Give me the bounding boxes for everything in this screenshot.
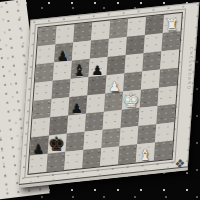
- piece-white-pawn-e5[interactable]: ♟: [105, 62, 123, 93]
- square-c3[interactable]: [67, 114, 86, 134]
- piece-white-bishop-g1[interactable]: ♝: [136, 132, 154, 163]
- piece-black-pawn-c4[interactable]: ♟: [68, 84, 86, 115]
- piece-black-pawn-a2[interactable]: ♟: [30, 125, 48, 156]
- square-a6[interactable]: [35, 63, 54, 83]
- square-d3[interactable]: [85, 112, 104, 132]
- square-g4[interactable]: [140, 88, 159, 108]
- square-h3[interactable]: [156, 104, 175, 124]
- square-b4[interactable]: [50, 97, 69, 117]
- square-a1[interactable]: [28, 154, 47, 174]
- compass-logo-icon: ❖: [174, 157, 186, 170]
- square-h5[interactable]: [159, 68, 178, 88]
- square-b1[interactable]: [46, 152, 65, 172]
- brand-text: CHESSBOARD: [186, 47, 194, 91]
- piece-black-bishop-c6[interactable]: ♝: [71, 48, 89, 79]
- chess-board: ♜♟♚♝♟♝♟♟♟♚ CHESSBOARD ❖: [19, 2, 200, 188]
- square-c8[interactable]: [73, 22, 92, 42]
- square-f3[interactable]: [121, 108, 140, 128]
- square-c2[interactable]: [66, 132, 85, 152]
- square-g5[interactable]: [141, 70, 160, 90]
- photo-background: ♜♟♚♝♟♝♟♟♟♚ CHESSBOARD ❖: [0, 0, 200, 200]
- piece-white-king-f4[interactable]: ♚: [122, 79, 140, 110]
- square-g3[interactable]: [138, 106, 157, 126]
- square-f8[interactable]: [127, 17, 146, 37]
- square-d5[interactable]: [87, 75, 106, 95]
- board-grid: ♜♟♚♝♟♝♟♟♟♚: [28, 13, 181, 174]
- piece-black-king-b2[interactable]: ♚: [48, 123, 66, 154]
- square-f7[interactable]: [126, 35, 145, 55]
- square-a5[interactable]: [34, 81, 53, 101]
- square-h7[interactable]: [161, 31, 180, 51]
- square-e4[interactable]: [104, 92, 123, 112]
- square-a7[interactable]: [36, 44, 55, 64]
- piece-white-rook-h8[interactable]: ♜: [163, 2, 181, 33]
- square-e7[interactable]: [108, 37, 127, 57]
- square-d2[interactable]: [83, 130, 102, 150]
- square-h6[interactable]: [160, 49, 179, 69]
- square-g8[interactable]: [145, 15, 164, 35]
- square-a4[interactable]: [32, 99, 51, 119]
- square-g6[interactable]: [142, 51, 161, 71]
- square-h4[interactable]: [158, 86, 177, 106]
- square-d1[interactable]: [82, 148, 101, 168]
- square-e8[interactable]: [109, 19, 128, 39]
- square-f6[interactable]: [124, 53, 143, 73]
- square-c1[interactable]: [64, 150, 83, 170]
- piece-black-pawn-b7[interactable]: ♟: [54, 32, 72, 63]
- square-g7[interactable]: [144, 33, 163, 53]
- square-h2[interactable]: [155, 122, 174, 142]
- square-e3[interactable]: [103, 110, 122, 130]
- piece-black-pawn-d6[interactable]: ♟: [89, 46, 107, 77]
- square-e1[interactable]: [100, 146, 119, 166]
- square-f1[interactable]: [118, 144, 137, 164]
- square-d8[interactable]: [91, 20, 110, 40]
- square-e2[interactable]: [101, 128, 120, 148]
- square-b6[interactable]: [53, 61, 72, 81]
- square-h1[interactable]: [154, 141, 173, 161]
- square-d4[interactable]: [86, 93, 105, 113]
